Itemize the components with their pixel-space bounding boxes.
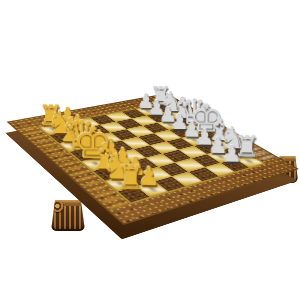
chess-board: ♜♞♝♛♚♝♞♜♟♟♟♟♟♟♟♟♟♟♟♟♟♟♟♟♜♞♝♛♚♝♞♜ (7, 93, 299, 225)
square-f5[interactable] (163, 150, 190, 162)
square-h1[interactable]: ♜ (118, 187, 149, 203)
product-photo-scene: ♜♞♝♛♚♝♞♜♟♟♟♟♟♟♟♟♟♟♟♟♟♟♟♟♜♞♝♛♚♝♞♜ (0, 0, 300, 300)
board-foot-left (51, 200, 85, 231)
board-frame: ♜♞♝♛♚♝♞♜♟♟♟♟♟♟♟♟♟♟♟♟♟♟♟♟♜♞♝♛♚♝♞♜ (7, 93, 299, 225)
silver-pawn-h7[interactable]: ♟ (222, 143, 243, 166)
gold-rook-h1[interactable]: ♜ (116, 162, 146, 195)
square-h4[interactable] (173, 172, 202, 186)
